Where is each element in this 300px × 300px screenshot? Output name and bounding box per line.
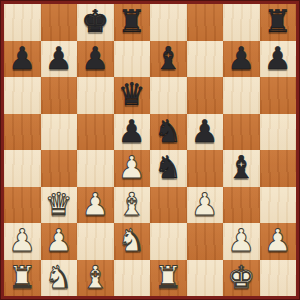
square-d1[interactable] bbox=[114, 260, 151, 297]
square-e2[interactable] bbox=[150, 223, 187, 260]
square-h3[interactable] bbox=[260, 187, 297, 224]
square-d2[interactable]: ♞ bbox=[114, 223, 151, 260]
white-king[interactable]: ♚ bbox=[227, 260, 255, 296]
square-h1[interactable] bbox=[260, 260, 297, 297]
white-pawn[interactable]: ♟ bbox=[81, 187, 109, 223]
square-g3[interactable] bbox=[223, 187, 260, 224]
square-b4[interactable] bbox=[41, 150, 78, 187]
square-f2[interactable] bbox=[187, 223, 224, 260]
square-e8[interactable] bbox=[150, 4, 187, 41]
black-queen[interactable]: ♛ bbox=[118, 77, 146, 113]
square-g2[interactable]: ♟ bbox=[223, 223, 260, 260]
square-b1[interactable]: ♞ bbox=[41, 260, 78, 297]
square-f1[interactable] bbox=[187, 260, 224, 297]
square-c2[interactable] bbox=[77, 223, 114, 260]
black-bishop[interactable]: ♝ bbox=[227, 150, 255, 186]
white-pawn[interactable]: ♟ bbox=[118, 150, 146, 186]
white-queen[interactable]: ♛ bbox=[45, 187, 73, 223]
square-e3[interactable] bbox=[150, 187, 187, 224]
square-f7[interactable] bbox=[187, 41, 224, 78]
square-f3[interactable]: ♟ bbox=[187, 187, 224, 224]
black-pawn[interactable]: ♟ bbox=[191, 114, 219, 150]
square-a6[interactable] bbox=[4, 77, 41, 114]
white-knight[interactable]: ♞ bbox=[45, 260, 73, 296]
square-e4[interactable]: ♞ bbox=[150, 150, 187, 187]
square-f8[interactable] bbox=[187, 4, 224, 41]
square-h4[interactable] bbox=[260, 150, 297, 187]
square-d7[interactable] bbox=[114, 41, 151, 78]
square-g1[interactable]: ♚ bbox=[223, 260, 260, 297]
square-f4[interactable] bbox=[187, 150, 224, 187]
black-knight[interactable]: ♞ bbox=[154, 114, 182, 150]
black-pawn[interactable]: ♟ bbox=[264, 41, 292, 77]
square-b6[interactable] bbox=[41, 77, 78, 114]
black-knight[interactable]: ♞ bbox=[154, 150, 182, 186]
square-c4[interactable] bbox=[77, 150, 114, 187]
square-h7[interactable]: ♟ bbox=[260, 41, 297, 78]
white-rook[interactable]: ♜ bbox=[8, 260, 36, 296]
square-a2[interactable]: ♟ bbox=[4, 223, 41, 260]
square-c8[interactable]: ♚ bbox=[77, 4, 114, 41]
black-bishop[interactable]: ♝ bbox=[154, 41, 182, 77]
square-a3[interactable] bbox=[4, 187, 41, 224]
square-b8[interactable] bbox=[41, 4, 78, 41]
black-pawn[interactable]: ♟ bbox=[118, 114, 146, 150]
black-king[interactable]: ♚ bbox=[81, 4, 109, 40]
white-pawn[interactable]: ♟ bbox=[8, 223, 36, 259]
black-pawn[interactable]: ♟ bbox=[8, 41, 36, 77]
square-b7[interactable]: ♟ bbox=[41, 41, 78, 78]
square-c1[interactable]: ♝ bbox=[77, 260, 114, 297]
white-pawn[interactable]: ♟ bbox=[227, 223, 255, 259]
square-h6[interactable] bbox=[260, 77, 297, 114]
square-c6[interactable] bbox=[77, 77, 114, 114]
square-b2[interactable]: ♟ bbox=[41, 223, 78, 260]
white-pawn[interactable]: ♟ bbox=[264, 223, 292, 259]
square-a7[interactable]: ♟ bbox=[4, 41, 41, 78]
square-g6[interactable] bbox=[223, 77, 260, 114]
white-bishop[interactable]: ♝ bbox=[81, 260, 109, 296]
square-d8[interactable]: ♜ bbox=[114, 4, 151, 41]
white-knight[interactable]: ♞ bbox=[118, 223, 146, 259]
square-c7[interactable]: ♟ bbox=[77, 41, 114, 78]
black-pawn[interactable]: ♟ bbox=[81, 41, 109, 77]
square-e7[interactable]: ♝ bbox=[150, 41, 187, 78]
square-d5[interactable]: ♟ bbox=[114, 114, 151, 151]
square-e5[interactable]: ♞ bbox=[150, 114, 187, 151]
chess-board: ♚♜♜♟♟♟♝♟♟♛♟♞♟♟♞♝♛♟♝♟♟♟♞♟♟♜♞♝♜♚ bbox=[4, 4, 296, 296]
square-c3[interactable]: ♟ bbox=[77, 187, 114, 224]
square-g7[interactable]: ♟ bbox=[223, 41, 260, 78]
white-bishop[interactable]: ♝ bbox=[118, 187, 146, 223]
square-f5[interactable]: ♟ bbox=[187, 114, 224, 151]
black-pawn[interactable]: ♟ bbox=[45, 41, 73, 77]
square-d6[interactable]: ♛ bbox=[114, 77, 151, 114]
square-h5[interactable] bbox=[260, 114, 297, 151]
square-g5[interactable] bbox=[223, 114, 260, 151]
square-e1[interactable]: ♜ bbox=[150, 260, 187, 297]
white-pawn[interactable]: ♟ bbox=[191, 187, 219, 223]
square-d4[interactable]: ♟ bbox=[114, 150, 151, 187]
square-h2[interactable]: ♟ bbox=[260, 223, 297, 260]
square-b3[interactable]: ♛ bbox=[41, 187, 78, 224]
black-rook[interactable]: ♜ bbox=[264, 4, 292, 40]
square-g4[interactable]: ♝ bbox=[223, 150, 260, 187]
chess-board-frame: ♚♜♜♟♟♟♝♟♟♛♟♞♟♟♞♝♛♟♝♟♟♟♞♟♟♜♞♝♜♚ bbox=[0, 0, 300, 300]
square-e6[interactable] bbox=[150, 77, 187, 114]
square-a1[interactable]: ♜ bbox=[4, 260, 41, 297]
white-pawn[interactable]: ♟ bbox=[45, 223, 73, 259]
white-rook[interactable]: ♜ bbox=[154, 260, 182, 296]
square-c5[interactable] bbox=[77, 114, 114, 151]
square-g8[interactable] bbox=[223, 4, 260, 41]
square-a4[interactable] bbox=[4, 150, 41, 187]
square-h8[interactable]: ♜ bbox=[260, 4, 297, 41]
black-pawn[interactable]: ♟ bbox=[227, 41, 255, 77]
square-a5[interactable] bbox=[4, 114, 41, 151]
square-a8[interactable] bbox=[4, 4, 41, 41]
square-f6[interactable] bbox=[187, 77, 224, 114]
square-d3[interactable]: ♝ bbox=[114, 187, 151, 224]
square-b5[interactable] bbox=[41, 114, 78, 151]
black-rook[interactable]: ♜ bbox=[118, 4, 146, 40]
